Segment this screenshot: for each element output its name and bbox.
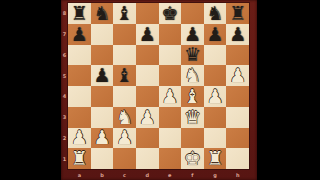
square-h8[interactable]: ♜ (226, 3, 249, 24)
square-a3[interactable] (68, 107, 91, 128)
square-f7[interactable]: ♟ (181, 24, 204, 45)
square-d8[interactable] (136, 3, 159, 24)
chess-screenshot: 87654321 abcdefgh ♜♞♝♚♞♜♟♟♟♟♟♛♟♝♞♟♟♝♟♞♟♛… (0, 0, 320, 180)
piece-white-pawn-a2: ♟ (71, 128, 88, 147)
square-c5[interactable]: ♝ (113, 65, 136, 86)
rank-label-4: 4 (61, 86, 68, 107)
square-a6[interactable] (68, 45, 91, 66)
file-label-c: c (113, 169, 136, 180)
piece-black-queen-f6: ♛ (184, 45, 201, 64)
piece-black-pawn-b5: ♟ (93, 66, 110, 85)
piece-white-pawn-c2: ♟ (116, 128, 133, 147)
file-label-e: e (159, 169, 182, 180)
square-h1[interactable] (226, 148, 249, 169)
square-b2[interactable]: ♟ (91, 128, 114, 149)
square-d3[interactable]: ♟ (136, 107, 159, 128)
square-a2[interactable]: ♟ (68, 128, 91, 149)
piece-white-king-f1: ♚ (184, 149, 201, 168)
square-b1[interactable] (91, 148, 114, 169)
square-c4[interactable] (113, 86, 136, 107)
square-c6[interactable] (113, 45, 136, 66)
square-e8[interactable]: ♚ (159, 3, 182, 24)
square-e3[interactable] (159, 107, 182, 128)
square-g4[interactable]: ♟ (204, 86, 227, 107)
square-c8[interactable]: ♝ (113, 3, 136, 24)
square-g8[interactable]: ♞ (204, 3, 227, 24)
piece-white-pawn-h5: ♟ (229, 66, 246, 85)
square-h6[interactable] (226, 45, 249, 66)
piece-black-pawn-a7: ♟ (71, 24, 88, 43)
file-label-h: h (226, 169, 249, 180)
piece-black-bishop-c8: ♝ (116, 3, 133, 22)
square-g3[interactable] (204, 107, 227, 128)
file-label-g: g (204, 169, 227, 180)
chess-board: ♜♞♝♚♞♜♟♟♟♟♟♛♟♝♞♟♟♝♟♞♟♛♟♟♟♜♚♜ (68, 3, 249, 169)
piece-black-knight-b8: ♞ (93, 3, 110, 22)
piece-black-pawn-f7: ♟ (184, 24, 201, 43)
square-f1[interactable]: ♚ (181, 148, 204, 169)
rank-labels: 87654321 (61, 3, 68, 169)
rank-label-2: 2 (61, 128, 68, 149)
piece-black-rook-a8: ♜ (71, 3, 88, 22)
rank-label-6: 6 (61, 45, 68, 66)
square-c3[interactable]: ♞ (113, 107, 136, 128)
square-g7[interactable]: ♟ (204, 24, 227, 45)
square-c1[interactable] (113, 148, 136, 169)
square-e4[interactable]: ♟ (159, 86, 182, 107)
piece-white-pawn-b2: ♟ (93, 128, 110, 147)
square-d5[interactable] (136, 65, 159, 86)
square-h4[interactable] (226, 86, 249, 107)
piece-black-bishop-c5: ♝ (116, 66, 133, 85)
square-b4[interactable] (91, 86, 114, 107)
piece-white-queen-f3: ♛ (184, 107, 201, 126)
square-e2[interactable] (159, 128, 182, 149)
square-d7[interactable]: ♟ (136, 24, 159, 45)
square-g6[interactable] (204, 45, 227, 66)
square-b7[interactable] (91, 24, 114, 45)
file-label-d: d (136, 169, 159, 180)
rank-label-8: 8 (61, 3, 68, 24)
square-f6[interactable]: ♛ (181, 45, 204, 66)
rank-label-7: 7 (61, 24, 68, 45)
square-e5[interactable] (159, 65, 182, 86)
square-f3[interactable]: ♛ (181, 107, 204, 128)
piece-black-rook-h8: ♜ (229, 3, 246, 22)
square-a1[interactable]: ♜ (68, 148, 91, 169)
square-f4[interactable]: ♝ (181, 86, 204, 107)
square-g5[interactable] (204, 65, 227, 86)
square-c2[interactable]: ♟ (113, 128, 136, 149)
square-e6[interactable] (159, 45, 182, 66)
piece-white-bishop-f4: ♝ (184, 86, 201, 105)
square-f5[interactable]: ♞ (181, 65, 204, 86)
square-f2[interactable] (181, 128, 204, 149)
piece-white-rook-a1: ♜ (71, 149, 88, 168)
square-h7[interactable]: ♟ (226, 24, 249, 45)
square-c7[interactable] (113, 24, 136, 45)
square-a5[interactable] (68, 65, 91, 86)
square-g2[interactable] (204, 128, 227, 149)
piece-white-knight-c3: ♞ (116, 107, 133, 126)
square-d2[interactable] (136, 128, 159, 149)
piece-white-knight-f5: ♞ (184, 66, 201, 85)
square-b6[interactable] (91, 45, 114, 66)
square-b3[interactable] (91, 107, 114, 128)
square-e1[interactable] (159, 148, 182, 169)
piece-white-pawn-d3: ♟ (139, 107, 156, 126)
piece-white-pawn-e4: ♟ (161, 86, 178, 105)
square-g1[interactable]: ♜ (204, 148, 227, 169)
chess-board-frame: 87654321 abcdefgh ♜♞♝♚♞♜♟♟♟♟♟♛♟♝♞♟♟♝♟♞♟♛… (61, 0, 257, 180)
piece-black-pawn-h7: ♟ (229, 24, 246, 43)
rank-label-5: 5 (61, 65, 68, 86)
square-e7[interactable] (159, 24, 182, 45)
square-h2[interactable] (226, 128, 249, 149)
file-label-b: b (91, 169, 114, 180)
file-label-f: f (181, 169, 204, 180)
square-d4[interactable] (136, 86, 159, 107)
rank-label-3: 3 (61, 107, 68, 128)
rank-label-1: 1 (61, 148, 68, 169)
square-d1[interactable] (136, 148, 159, 169)
file-labels: abcdefgh (68, 169, 249, 180)
piece-black-knight-g8: ♞ (207, 3, 224, 22)
piece-black-king-e8: ♚ (161, 3, 178, 22)
piece-white-rook-g1: ♜ (207, 149, 224, 168)
square-b5[interactable]: ♟ (91, 65, 114, 86)
square-d6[interactable] (136, 45, 159, 66)
file-label-a: a (68, 169, 91, 180)
square-h5[interactable]: ♟ (226, 65, 249, 86)
piece-white-pawn-g4: ♟ (207, 86, 224, 105)
square-a8[interactable]: ♜ (68, 3, 91, 24)
piece-black-pawn-d7: ♟ (139, 24, 156, 43)
square-a7[interactable]: ♟ (68, 24, 91, 45)
piece-black-pawn-g7: ♟ (207, 24, 224, 43)
square-h3[interactable] (226, 107, 249, 128)
square-f8[interactable] (181, 3, 204, 24)
square-b8[interactable]: ♞ (91, 3, 114, 24)
square-a4[interactable] (68, 86, 91, 107)
